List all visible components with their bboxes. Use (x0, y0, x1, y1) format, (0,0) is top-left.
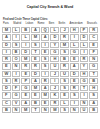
grid-cell[interactable]: E (41, 100, 50, 106)
grid-cell[interactable]: R (60, 63, 69, 69)
word-list-item: Bern (49, 22, 54, 25)
grid-cell[interactable]: N (80, 100, 89, 106)
grid-cell[interactable]: S (2, 78, 11, 84)
grid-cell[interactable]: R (41, 78, 50, 84)
grid-cell[interactable]: H (50, 56, 59, 62)
grid-cell[interactable]: L (60, 100, 69, 106)
grid-cell[interactable]: R (2, 56, 11, 62)
grid-cell[interactable]: N (70, 107, 79, 113)
grid-cell[interactable]: D (2, 85, 11, 91)
grid-cell[interactable]: W (2, 71, 11, 77)
grid-cell[interactable]: I (41, 42, 50, 48)
grid-cell[interactable]: F (2, 92, 11, 98)
grid-cell[interactable]: C (2, 100, 11, 106)
word-list-item: Paris (3, 22, 9, 25)
grid-cell[interactable]: N (12, 63, 21, 69)
grid-cell[interactable]: R (60, 34, 69, 40)
grid-cell[interactable]: S (12, 42, 21, 48)
grid-cell[interactable]: T (80, 85, 89, 91)
word-list: ParisMadridLisbonRomeBernBerlinAmsterdam… (3, 22, 97, 25)
grid-cell[interactable]: A (41, 34, 50, 40)
grid-cell[interactable]: U (50, 63, 59, 69)
grid-cell[interactable]: L (50, 27, 59, 33)
grid-cell[interactable]: L (21, 34, 30, 40)
word-search-grid: MLBAQLJHPRAILMADRIDCDSISIYMLLEIBDTEGSGIF… (2, 27, 98, 113)
grid-cell[interactable]: Q (41, 27, 50, 33)
grid-cell[interactable]: B (89, 78, 98, 84)
grid-cell[interactable]: Y (80, 63, 89, 69)
grid-cell[interactable]: R (50, 100, 59, 106)
grid-cell[interactable]: S (41, 56, 50, 62)
grid-cell[interactable]: G (70, 49, 79, 55)
grid-cell[interactable]: J (50, 71, 59, 77)
grid-cell[interactable]: E (70, 56, 79, 62)
grid-cell[interactable]: A (2, 34, 11, 40)
grid-cell[interactable]: P (21, 78, 30, 84)
grid-cell[interactable]: G (89, 63, 98, 69)
grid-cell[interactable]: G (12, 92, 21, 98)
grid-cell[interactable]: G (80, 78, 89, 84)
grid-cell[interactable]: T (31, 107, 40, 113)
grid-cell[interactable]: A (31, 78, 40, 84)
grid-cell[interactable]: B (89, 107, 98, 113)
grid-cell[interactable]: J (50, 85, 59, 91)
grid-cell[interactable]: E (2, 63, 11, 69)
grid-cell[interactable]: R (31, 63, 40, 69)
grid-cell[interactable]: A (70, 63, 79, 69)
grid-cell[interactable]: B (21, 27, 30, 33)
word-list-item: Madrid (13, 22, 21, 25)
grid-cell[interactable]: M (60, 42, 69, 48)
grid-cell[interactable]: R (12, 78, 21, 84)
grid-cell[interactable]: S (70, 92, 79, 98)
grid-cell[interactable]: B (12, 49, 21, 55)
grid-cell[interactable]: S (60, 78, 69, 84)
grid-cell[interactable]: I (70, 34, 79, 40)
grid-cell[interactable]: H (89, 85, 98, 91)
grid-cell[interactable]: E (21, 92, 30, 98)
grid-cell[interactable]: S (89, 92, 98, 98)
grid-cell[interactable]: E (60, 92, 69, 98)
grid-cell[interactable]: L (12, 27, 21, 33)
grid-cell[interactable]: S (41, 63, 50, 69)
grid-cell[interactable]: R (21, 63, 30, 69)
grid-cell[interactable]: H (80, 71, 89, 77)
grid-cell[interactable]: F (12, 85, 21, 91)
grid-cell[interactable]: N (89, 56, 98, 62)
grid-cell[interactable]: O (12, 56, 21, 62)
grid-cell[interactable]: J (60, 27, 69, 33)
grid-cell[interactable]: T (31, 49, 40, 55)
page-title: Capital City Search & Word (0, 5, 100, 9)
grid-cell[interactable]: R (80, 56, 89, 62)
grid-cell[interactable]: S (60, 49, 69, 55)
word-list-item: Berlin (58, 22, 65, 25)
grid-cell[interactable]: G (21, 85, 30, 91)
word-list-item: Rome (37, 22, 44, 25)
grid-cell[interactable]: T (89, 71, 98, 77)
grid-cell[interactable]: U (60, 71, 69, 77)
grid-cell[interactable]: U (80, 107, 89, 113)
word-search-page: Capital City Search & Word Find and Circ… (0, 0, 100, 129)
grid-cell[interactable]: P (80, 27, 89, 33)
grid-cell[interactable]: N (12, 107, 21, 113)
grid-cell[interactable]: I (2, 49, 11, 55)
grid-cell[interactable]: S (60, 85, 69, 91)
grid-cell[interactable]: N (41, 107, 50, 113)
grid-cell[interactable]: Y (50, 42, 59, 48)
grid-cell[interactable]: A (89, 100, 98, 106)
grid-cell[interactable]: R (89, 27, 98, 33)
grid-cell[interactable]: I (80, 92, 89, 98)
grid-cell[interactable]: D (50, 34, 59, 40)
word-list-item: Lisbon (25, 22, 33, 25)
grid-cell[interactable]: D (2, 42, 11, 48)
grid-cell[interactable]: E (31, 56, 40, 62)
grid-cell[interactable]: C (89, 34, 98, 40)
grid-cell[interactable]: M (31, 34, 40, 40)
grid-cell[interactable]: F (89, 49, 98, 55)
grid-cell[interactable]: A (31, 27, 40, 33)
grid-cell[interactable]: E (41, 49, 50, 55)
grid-cell[interactable]: I (12, 71, 21, 77)
grid-cell[interactable]: M (21, 56, 30, 62)
grid-cell[interactable]: I (80, 49, 89, 55)
grid-cell[interactable]: B (60, 56, 69, 62)
grid-cell[interactable]: V (12, 100, 21, 106)
word-list-item: Brussels (87, 22, 97, 25)
grid-cell[interactable]: H (70, 27, 79, 33)
grid-cell[interactable]: S (31, 42, 40, 48)
grid-cell[interactable]: B (2, 107, 11, 113)
instruction-text: Find and Circle These Capital Cities: (3, 18, 97, 21)
grid-cell[interactable]: B (31, 100, 40, 106)
grid-cell[interactable]: D (31, 71, 40, 77)
grid-cell[interactable]: E (31, 92, 40, 98)
grid-cell[interactable]: K (50, 92, 59, 98)
grid-cell[interactable]: I (41, 71, 50, 77)
grid-cell[interactable]: I (70, 100, 79, 106)
grid-cell[interactable]: I (12, 34, 21, 40)
grid-cell[interactable]: E (89, 42, 98, 48)
grid-cell[interactable]: I (21, 42, 30, 48)
grid-cell[interactable]: M (50, 107, 59, 113)
grid-cell[interactable]: D (80, 34, 89, 40)
grid-cell[interactable]: L (80, 42, 89, 48)
grid-cell[interactable]: I (50, 78, 59, 84)
grid-cell[interactable]: M (41, 92, 50, 98)
grid-cell[interactable]: E (21, 71, 30, 77)
word-list-item: Amsterdam (69, 22, 82, 25)
grid-cell[interactable]: A (41, 85, 50, 91)
grid-cell[interactable]: M (31, 85, 40, 91)
grid-cell[interactable]: D (21, 49, 30, 55)
grid-cell[interactable]: S (60, 107, 69, 113)
grid-cell[interactable]: E (70, 78, 79, 84)
grid-cell[interactable]: G (50, 49, 59, 55)
grid-cell[interactable]: M (2, 27, 11, 33)
grid-cell[interactable]: D (70, 71, 79, 77)
grid-cell[interactable]: R (70, 85, 79, 91)
grid-cell[interactable]: M (21, 107, 30, 113)
grid-cell[interactable]: A (21, 100, 30, 106)
grid-cell[interactable]: L (70, 42, 79, 48)
